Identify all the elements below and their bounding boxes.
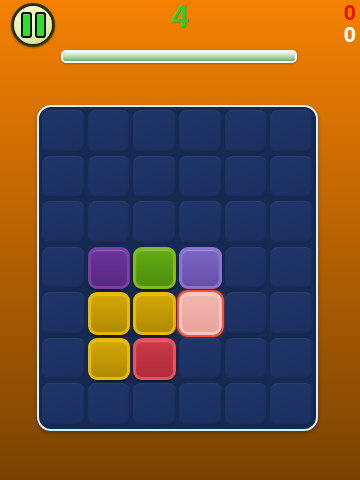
- board-cell[interactable]: [270, 156, 313, 199]
- board-cell[interactable]: [225, 292, 268, 335]
- score-bottom: 0: [344, 24, 356, 46]
- board-cell[interactable]: [42, 201, 85, 244]
- board-cell[interactable]: [133, 201, 176, 244]
- board-cell[interactable]: [42, 110, 85, 153]
- board-cell[interactable]: [179, 156, 222, 199]
- board-cell[interactable]: [133, 156, 176, 199]
- move-counter: 4: [0, 0, 360, 34]
- block-gold[interactable]: [88, 338, 131, 381]
- board-cell[interactable]: [270, 338, 313, 381]
- board-cell[interactable]: [88, 201, 131, 244]
- board-cell[interactable]: [225, 383, 268, 426]
- block-green[interactable]: [133, 247, 176, 290]
- block-pink-highlight[interactable]: [179, 292, 222, 335]
- board-cell[interactable]: [225, 338, 268, 381]
- board-cell[interactable]: [42, 338, 85, 381]
- board-cell[interactable]: [88, 110, 131, 153]
- board-cell[interactable]: [42, 292, 85, 335]
- board-cell[interactable]: [225, 110, 268, 153]
- board-cell[interactable]: [270, 110, 313, 153]
- game-board: [37, 105, 318, 431]
- board-cell[interactable]: [179, 110, 222, 153]
- block-purple[interactable]: [88, 247, 131, 290]
- progress-fill: [63, 52, 295, 61]
- block-lavender[interactable]: [179, 247, 222, 290]
- score-top: 0: [344, 2, 356, 24]
- board-cell[interactable]: [133, 383, 176, 426]
- board-cell[interactable]: [270, 247, 313, 290]
- board-cell[interactable]: [179, 383, 222, 426]
- board-cell[interactable]: [88, 156, 131, 199]
- board-cell[interactable]: [42, 156, 85, 199]
- board-cell[interactable]: [42, 383, 85, 426]
- board-cell[interactable]: [88, 383, 131, 426]
- board-cell[interactable]: [179, 338, 222, 381]
- board-cell[interactable]: [179, 201, 222, 244]
- board-cell[interactable]: [270, 292, 313, 335]
- block-gold[interactable]: [88, 292, 131, 335]
- board-cell[interactable]: [133, 110, 176, 153]
- board-cell[interactable]: [225, 156, 268, 199]
- board-cell[interactable]: [270, 383, 313, 426]
- board-cell[interactable]: [225, 201, 268, 244]
- board-cell[interactable]: [42, 247, 85, 290]
- board-cell[interactable]: [225, 247, 268, 290]
- score-panel: 0 0: [344, 2, 356, 46]
- block-gold[interactable]: [133, 292, 176, 335]
- block-red[interactable]: [133, 338, 176, 381]
- board-cell[interactable]: [270, 201, 313, 244]
- game-screen: 4 0 0: [0, 0, 360, 480]
- progress-bar: [61, 50, 297, 63]
